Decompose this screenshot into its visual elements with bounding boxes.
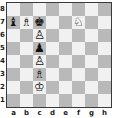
square-d8[interactable] [46, 3, 59, 16]
square-d5[interactable] [46, 42, 59, 55]
file-label-b: b [20, 109, 33, 118]
square-h5[interactable] [98, 42, 111, 55]
square-f2[interactable] [72, 81, 85, 94]
black-bishop: ♝ [7, 16, 20, 29]
square-e8[interactable] [59, 3, 72, 16]
square-g2[interactable] [85, 81, 98, 94]
square-e4[interactable] [59, 55, 72, 68]
square-a7[interactable]: ♝ [7, 16, 20, 29]
file-label-a: a [7, 109, 20, 118]
chess-diagram: ♝♗♚♘♙♟♙♗♔ 87654321 abcdefgh [0, 0, 118, 118]
square-b7[interactable]: ♗ [20, 16, 33, 29]
rank-label-8: 8 [0, 3, 5, 16]
rank-label-1: 1 [0, 94, 5, 107]
square-f1[interactable] [72, 94, 85, 107]
file-label-c: c [33, 109, 46, 118]
square-d4[interactable] [46, 55, 59, 68]
rank-label-2: 2 [0, 81, 5, 94]
square-h4[interactable] [98, 55, 111, 68]
rank-label-3: 3 [0, 68, 5, 81]
square-h3[interactable] [98, 68, 111, 81]
square-g7[interactable] [85, 16, 98, 29]
file-label-g: g [85, 109, 98, 118]
square-g4[interactable] [85, 55, 98, 68]
white-knight: ♘ [72, 16, 85, 29]
square-g1[interactable] [85, 94, 98, 107]
white-king: ♔ [33, 81, 46, 94]
square-b3[interactable] [20, 68, 33, 81]
square-f3[interactable] [72, 68, 85, 81]
square-f5[interactable] [72, 42, 85, 55]
square-a1[interactable] [7, 94, 20, 107]
square-b2[interactable] [20, 81, 33, 94]
square-a6[interactable] [7, 29, 20, 42]
square-g5[interactable] [85, 42, 98, 55]
square-g8[interactable] [85, 3, 98, 16]
square-a3[interactable] [7, 68, 20, 81]
file-label-f: f [72, 109, 85, 118]
square-d6[interactable] [46, 29, 59, 42]
square-e1[interactable] [59, 94, 72, 107]
square-a5[interactable] [7, 42, 20, 55]
square-e3[interactable] [59, 68, 72, 81]
file-label-h: h [98, 109, 111, 118]
square-a4[interactable] [7, 55, 20, 68]
square-b5[interactable] [20, 42, 33, 55]
rank-label-7: 7 [0, 16, 5, 29]
rank-label-5: 5 [0, 42, 5, 55]
square-e2[interactable] [59, 81, 72, 94]
square-d1[interactable] [46, 94, 59, 107]
file-label-d: d [46, 109, 59, 118]
square-h1[interactable] [98, 94, 111, 107]
white-bishop: ♗ [20, 16, 33, 29]
square-g6[interactable] [85, 29, 98, 42]
square-e6[interactable] [59, 29, 72, 42]
square-c1[interactable] [33, 94, 46, 107]
square-f7[interactable]: ♘ [72, 16, 85, 29]
square-d7[interactable] [46, 16, 59, 29]
square-d3[interactable] [46, 68, 59, 81]
square-e7[interactable] [59, 16, 72, 29]
square-b1[interactable] [20, 94, 33, 107]
square-f6[interactable] [72, 29, 85, 42]
square-f4[interactable] [72, 55, 85, 68]
square-b4[interactable] [20, 55, 33, 68]
chess-board: ♝♗♚♘♙♟♙♗♔ [6, 2, 112, 108]
square-h2[interactable] [98, 81, 111, 94]
square-a2[interactable] [7, 81, 20, 94]
square-g3[interactable] [85, 68, 98, 81]
file-label-e: e [59, 109, 72, 118]
square-c2[interactable]: ♔ [33, 81, 46, 94]
rank-label-4: 4 [0, 55, 5, 68]
square-d2[interactable] [46, 81, 59, 94]
rank-label-6: 6 [0, 29, 5, 42]
square-h6[interactable] [98, 29, 111, 42]
square-e5[interactable] [59, 42, 72, 55]
square-b6[interactable] [20, 29, 33, 42]
square-h7[interactable] [98, 16, 111, 29]
square-h8[interactable] [98, 3, 111, 16]
